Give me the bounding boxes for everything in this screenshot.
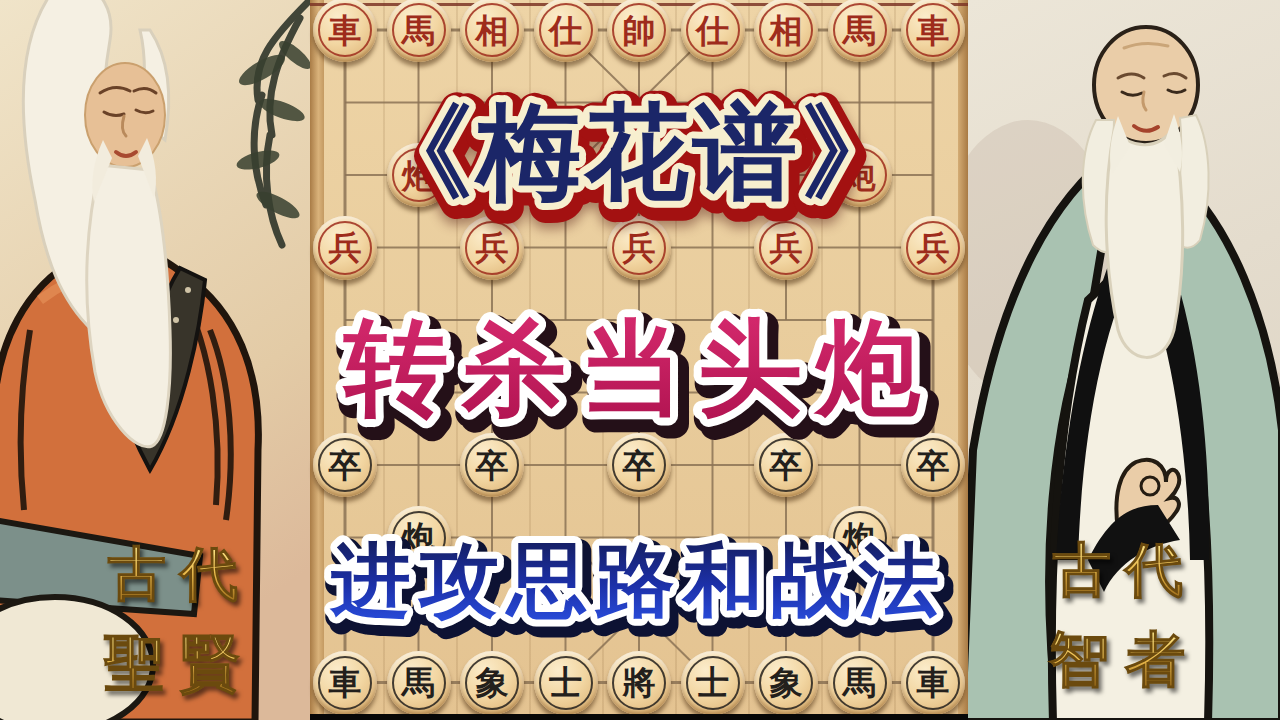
piece-glyph: 兵 [917,231,950,264]
piece-車-black[interactable]: 車 [313,651,377,715]
xiangqi-board[interactable]: 車馬相仕帥仕相馬車炮炮兵兵兵兵兵卒卒卒卒卒炮炮車馬象士將士象馬車 [310,0,968,720]
piece-glyph: 兵 [623,231,656,264]
piece-glyph: 卒 [476,449,509,482]
piece-相-red[interactable]: 相 [460,0,524,62]
piece-炮-red[interactable]: 炮 [387,143,451,207]
piece-glyph: 卒 [329,449,362,482]
piece-將-black[interactable]: 將 [607,651,671,715]
piece-glyph: 馬 [843,666,876,699]
piece-glyph: 炮 [843,521,876,554]
piece-馬-black[interactable]: 馬 [828,651,892,715]
piece-車-red[interactable]: 車 [313,0,377,62]
piece-炮-black[interactable]: 炮 [387,506,451,570]
piece-glyph: 將 [623,666,656,699]
piece-兵-red[interactable]: 兵 [754,216,818,280]
piece-glyph: 卒 [770,449,803,482]
board-bottom-edge [310,714,968,720]
piece-仕-red[interactable]: 仕 [681,0,745,62]
piece-兵-red[interactable]: 兵 [607,216,671,280]
piece-glyph: 馬 [402,14,435,47]
piece-卒-black[interactable]: 卒 [607,433,671,497]
piece-glyph: 帥 [623,14,656,47]
right-sage-portrait [968,0,1280,720]
piece-glyph: 仕 [549,14,582,47]
piece-glyph: 兵 [476,231,509,264]
piece-卒-black[interactable]: 卒 [460,433,524,497]
board-grid [310,0,968,720]
piece-卒-black[interactable]: 卒 [313,433,377,497]
piece-兵-red[interactable]: 兵 [901,216,965,280]
piece-glyph: 仕 [696,14,729,47]
piece-仕-red[interactable]: 仕 [534,0,598,62]
piece-象-black[interactable]: 象 [460,651,524,715]
piece-馬-red[interactable]: 馬 [828,0,892,62]
piece-炮-black[interactable]: 炮 [828,506,892,570]
piece-士-black[interactable]: 士 [534,651,598,715]
piece-卒-black[interactable]: 卒 [901,433,965,497]
thumbnail-canvas: 古代 聖賢 [0,0,1280,720]
piece-glyph: 兵 [329,231,362,264]
piece-炮-red[interactable]: 炮 [828,143,892,207]
piece-glyph: 卒 [623,449,656,482]
piece-glyph: 馬 [843,14,876,47]
piece-帥-red[interactable]: 帥 [607,0,671,62]
piece-glyph: 炮 [402,521,435,554]
piece-車-red[interactable]: 車 [901,0,965,62]
piece-士-black[interactable]: 士 [681,651,745,715]
piece-象-black[interactable]: 象 [754,651,818,715]
piece-glyph: 車 [917,666,950,699]
piece-馬-black[interactable]: 馬 [387,651,451,715]
piece-glyph: 馬 [402,666,435,699]
left-portrait-panel: 古代 聖賢 [0,0,310,720]
piece-glyph: 卒 [917,449,950,482]
piece-glyph: 相 [770,14,803,47]
piece-卒-black[interactable]: 卒 [754,433,818,497]
piece-glyph: 車 [917,14,950,47]
piece-glyph: 炮 [402,159,435,192]
piece-glyph: 車 [329,666,362,699]
piece-兵-red[interactable]: 兵 [313,216,377,280]
piece-glyph: 象 [770,666,803,699]
piece-glyph: 士 [549,666,582,699]
piece-兵-red[interactable]: 兵 [460,216,524,280]
piece-glyph: 相 [476,14,509,47]
piece-馬-red[interactable]: 馬 [387,0,451,62]
piece-相-red[interactable]: 相 [754,0,818,62]
piece-glyph: 士 [696,666,729,699]
piece-glyph: 車 [329,14,362,47]
piece-glyph: 兵 [770,231,803,264]
piece-glyph: 象 [476,666,509,699]
right-portrait-panel: 古代 智者 [968,0,1280,720]
left-sage-portrait [0,0,310,720]
piece-glyph: 炮 [843,159,876,192]
piece-車-black[interactable]: 車 [901,651,965,715]
